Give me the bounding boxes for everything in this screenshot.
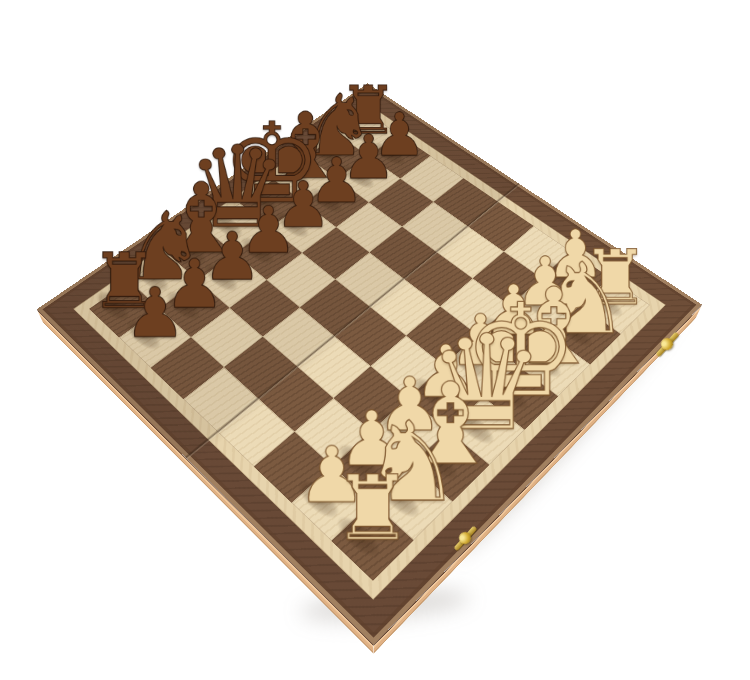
product-photo-stage: ♜♞♝♛♚♝♞♜♟♟♟♟♟♟♟♟♟♟♟♟♟♟♟♟♜♞♝♛♚♝♞♜ bbox=[0, 0, 750, 680]
board-top-surface: ♜♞♝♛♚♝♞♜♟♟♟♟♟♟♟♟♟♟♟♟♟♟♟♟♜♞♝♛♚♝♞♜ bbox=[37, 83, 702, 644]
chess-board: ♜♞♝♛♚♝♞♜♟♟♟♟♟♟♟♟♟♟♟♟♟♟♟♟♜♞♝♛♚♝♞♜ bbox=[37, 83, 702, 644]
white-rook-glyph: ♜ bbox=[332, 464, 412, 553]
black-pawn-glyph: ♟ bbox=[124, 278, 186, 347]
squares-layer: ♜♞♝♛♚♝♞♜♟♟♟♟♟♟♟♟♟♟♟♟♟♟♟♟♜♞♝♛♚♝♞♜ bbox=[89, 113, 650, 581]
